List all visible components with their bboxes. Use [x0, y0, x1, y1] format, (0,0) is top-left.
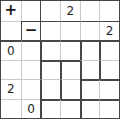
- board-cell-r3c0[interactable]: [40, 99, 60, 119]
- board-cell-r0c1[interactable]: [60, 40, 80, 60]
- board-cell-r2c0[interactable]: [40, 79, 60, 99]
- clue-plus-col0: [21, 1, 41, 21]
- board-cell-r1c2[interactable]: [80, 60, 100, 80]
- clue-minus-col1: [40, 21, 60, 41]
- board-cell-r1c3[interactable]: [99, 60, 119, 80]
- clue-minus-col2: [60, 21, 80, 41]
- clue-minus-row1: [21, 60, 41, 80]
- clue-minus-row0: [21, 40, 41, 60]
- board-cell-r1c1[interactable]: [60, 60, 80, 80]
- board-cell-r0c0[interactable]: [40, 40, 60, 60]
- clue-spacer: [1, 21, 21, 41]
- board-cell-r2c1[interactable]: [60, 79, 80, 99]
- clue-minus-col3: [80, 21, 100, 41]
- magnets-board: + 2 − 2 0 2 0: [0, 0, 120, 119]
- board-cell-r2c2[interactable]: [80, 79, 100, 99]
- clue-minus-row3: 0: [21, 99, 41, 119]
- board-cell-r2c3[interactable]: [99, 79, 119, 99]
- clue-plus-col4: [99, 1, 119, 21]
- clue-plus-row1: [1, 60, 21, 80]
- clue-plus-col2: 2: [60, 1, 80, 21]
- clue-minus-row2: [21, 79, 41, 99]
- clue-plus-row3: [1, 99, 21, 119]
- clue-plus-col3: [80, 1, 100, 21]
- board-cell-r3c3[interactable]: [99, 99, 119, 119]
- board-cell-r0c2[interactable]: [80, 40, 100, 60]
- clue-minus-col4: 2: [99, 21, 119, 41]
- clue-plus-row0: 0: [1, 40, 21, 60]
- board-cell-r1c0[interactable]: [40, 60, 60, 80]
- clue-plus-row2: 2: [1, 79, 21, 99]
- minus-corner-label: −: [21, 21, 41, 41]
- board-cell-r0c3[interactable]: [99, 40, 119, 60]
- plus-corner-label: +: [1, 1, 21, 21]
- board-cell-r3c2[interactable]: [80, 99, 100, 119]
- board-cell-r3c1[interactable]: [60, 99, 80, 119]
- clue-plus-col1: [40, 1, 60, 21]
